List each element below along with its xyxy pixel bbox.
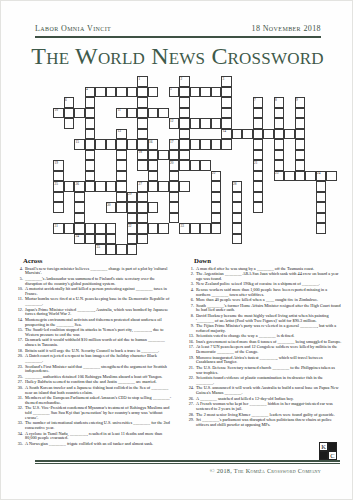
grid-cell[interactable]	[221, 118, 232, 129]
grid-cell[interactable]	[137, 139, 148, 150]
grid-cell[interactable]	[326, 171, 337, 182]
grid-cell[interactable]	[127, 244, 138, 255]
clue-number: 28	[233, 182, 236, 186]
grid-cell[interactable]	[106, 244, 117, 255]
grid-cell[interactable]	[200, 118, 211, 129]
grid-cell[interactable]	[148, 223, 159, 234]
grid-cell[interactable]: 34	[74, 234, 85, 245]
clue-number: 17	[170, 140, 173, 144]
grid-cell[interactable]	[85, 150, 96, 161]
grid-cell[interactable]: 9	[295, 97, 306, 108]
newspaper-page: Labor Omnia Vincit 18 November 2018 The …	[0, 0, 353, 500]
clue-number: 16	[149, 140, 152, 144]
masthead-date: 18 November 2018	[251, 24, 321, 33]
clue-item: 17.At least 7 UN peacekeepers and 12 Con…	[185, 345, 342, 355]
grid-cell[interactable]	[116, 171, 127, 182]
clue-number: 18	[139, 150, 142, 154]
grid-cell[interactable]	[316, 213, 327, 224]
grid-cell[interactable]	[85, 108, 96, 119]
grid-cell[interactable]	[274, 129, 285, 140]
grid-cell[interactable]	[295, 150, 306, 161]
clue-item: 14.Montenegrin environmental activists a…	[14, 318, 172, 328]
grid-cell[interactable]	[274, 150, 285, 161]
grid-cell[interactable]	[200, 160, 211, 171]
grid-cell[interactable]	[169, 202, 180, 213]
grid-cell[interactable]	[137, 87, 148, 98]
grid-cell[interactable]	[295, 139, 306, 150]
grid-cell[interactable]: 8	[274, 97, 285, 108]
clue-number: 24	[317, 171, 320, 175]
grid-cell[interactable]	[221, 108, 232, 119]
clue-item: 15.The Saudi-led coalition stopped its a…	[14, 328, 172, 338]
down-clue-list: 1.A man died after he was stung by a ___…	[185, 267, 342, 428]
grid-cell[interactable]	[169, 213, 180, 224]
grid-cell[interactable]	[137, 160, 148, 171]
grid-cell[interactable]	[211, 192, 222, 203]
grid-cell[interactable]	[85, 118, 96, 129]
clue-number: 21	[254, 161, 257, 165]
clue-number: 20	[170, 161, 173, 165]
grid-cell[interactable]	[211, 213, 222, 224]
grid-cell[interactable]	[148, 202, 159, 213]
grid-cell[interactable]	[137, 97, 148, 108]
grid-cell[interactable]	[190, 160, 201, 171]
grid-cell[interactable]: 12	[169, 118, 180, 129]
grid-cell[interactable]	[295, 129, 306, 140]
grid-cell[interactable]	[85, 129, 96, 140]
grid-cell[interactable]	[253, 192, 264, 203]
grid-cell[interactable]	[137, 118, 148, 129]
grid-cell[interactable]: 10	[53, 108, 64, 119]
down-clues-column: Down 1.A man died after he was stung by …	[185, 257, 342, 428]
grid-cell[interactable]	[211, 181, 222, 192]
grid-cell[interactable]	[200, 87, 211, 98]
clue-number: 30	[107, 203, 110, 207]
grid-cell[interactable]	[137, 213, 148, 224]
clue-item: 29.Sri ________'s parliament was disrupt…	[185, 418, 342, 428]
grid-cell[interactable]: 24	[316, 171, 327, 182]
grid-cell[interactable]	[85, 223, 96, 234]
grid-cell[interactable]	[74, 202, 85, 213]
grid-cell[interactable]	[232, 223, 243, 234]
grid-cell[interactable]	[169, 150, 180, 161]
grid-cell[interactable]	[116, 150, 127, 161]
grid-cell[interactable]	[158, 181, 169, 192]
grid-cell[interactable]	[95, 234, 106, 245]
grid-cell[interactable]	[179, 160, 190, 171]
grid-cell[interactable]	[116, 139, 127, 150]
grid-cell[interactable]	[211, 202, 222, 213]
clue-number: 1	[139, 77, 141, 81]
grid-cell[interactable]	[253, 171, 264, 182]
grid-cell[interactable]	[274, 160, 285, 171]
clue-number: 32	[128, 224, 131, 228]
grid-cell[interactable]	[179, 97, 190, 108]
grid-cell[interactable]	[211, 139, 222, 150]
clue-item: 27.A French woman who kept her ________ …	[185, 402, 342, 412]
grid-cell[interactable]	[211, 87, 222, 98]
clue-item: 34.A cyclone in Tamil Nadu, ________, re…	[14, 432, 172, 442]
grid-cell[interactable]	[64, 223, 75, 234]
grid-cell[interactable]	[274, 108, 285, 119]
clue-number: 11	[118, 108, 121, 112]
grid-cell[interactable]	[169, 192, 180, 203]
grid-cell[interactable]: 33	[179, 223, 190, 234]
grid-cell[interactable]	[116, 192, 127, 203]
grid-cell[interactable]	[221, 87, 232, 98]
grid-cell[interactable]	[253, 118, 264, 129]
grid-cell[interactable]	[95, 139, 106, 150]
grid-cell[interactable]	[148, 160, 159, 171]
clue-number: 22	[212, 171, 215, 175]
logo-black-square	[319, 451, 328, 460]
clue-number: 13	[118, 129, 121, 133]
grid-cell[interactable]: 11	[116, 108, 127, 119]
grid-cell[interactable]	[232, 192, 243, 203]
grid-cell[interactable]	[74, 213, 85, 224]
grid-cell[interactable]	[127, 139, 138, 150]
grid-cell[interactable]	[64, 181, 75, 192]
grid-cell[interactable]	[95, 87, 106, 98]
clue-item: 24.The U.S. announced it will work with …	[185, 386, 342, 396]
grid-cell[interactable]	[148, 87, 159, 98]
grid-cell[interactable]: 32	[127, 223, 138, 234]
clue-number: 27	[139, 182, 142, 186]
grid-cell[interactable]	[106, 87, 117, 98]
grid-cell[interactable]	[148, 181, 159, 192]
grid-cell[interactable]	[232, 129, 243, 140]
grid-cell[interactable]	[106, 234, 117, 245]
clue-number: 26	[76, 182, 79, 186]
grid-cell[interactable]	[158, 108, 169, 119]
grid-cell[interactable]	[316, 192, 327, 203]
grid-cell[interactable]	[179, 108, 190, 119]
grid-cell[interactable]: 29	[127, 192, 138, 203]
clue-item: 5.________'s Ambassador was summoned to …	[14, 277, 172, 287]
grid-cell[interactable]: 31	[53, 223, 64, 234]
clue-number: 31	[55, 224, 58, 228]
clue-item: 32.The U.S. Vice-President condemned Mya…	[14, 406, 172, 420]
grid-cell[interactable]: 1	[137, 76, 148, 87]
clue-item: 23.Scotland's First Minister said that _…	[14, 365, 172, 375]
clue-number: 14	[223, 129, 226, 133]
grid-cell[interactable]	[253, 181, 264, 192]
clue-number: 19	[55, 161, 58, 165]
grid-cell[interactable]	[190, 118, 201, 129]
grid-cell[interactable]: 20	[169, 160, 180, 171]
grid-cell[interactable]	[295, 160, 306, 171]
clue-number: 12	[170, 119, 173, 123]
copyright-line: © 2018, The Komiža Crossword Company	[35, 467, 321, 474]
clue-number: 3	[223, 77, 225, 81]
grid-cell[interactable]	[158, 150, 169, 161]
clue-number: 25	[55, 182, 58, 186]
clue-number: 2	[181, 77, 183, 81]
clue-item: 19.Morocco inaugurated Africa's fastest …	[185, 356, 342, 366]
grid-cell[interactable]	[74, 192, 85, 203]
grid-cell[interactable]	[305, 171, 316, 182]
grid-cell[interactable]	[116, 181, 127, 192]
clue-item: 8.David Hockney became the most highly v…	[185, 314, 342, 324]
grid-cell[interactable]: 3	[221, 76, 232, 87]
grid-cell[interactable]: 23	[274, 171, 285, 182]
grid-cell[interactable]	[274, 118, 285, 129]
grid-cell[interactable]	[316, 202, 327, 213]
grid-cell[interactable]	[221, 97, 232, 108]
grid-cell[interactable]	[190, 139, 201, 150]
clue-item: 7.South ________'s former Home Affairs M…	[185, 304, 342, 314]
grid-cell[interactable]	[148, 108, 159, 119]
grid-cell[interactable]	[284, 171, 295, 182]
grid-cell[interactable]	[127, 87, 138, 98]
grid-cell[interactable]: 22	[211, 171, 222, 182]
grid-cell[interactable]	[179, 150, 190, 161]
grid-cell[interactable]: 7	[253, 97, 264, 108]
grid-cell[interactable]	[53, 192, 64, 203]
clue-item: 10.A motorist accidentally hit and kille…	[14, 287, 172, 297]
grid-cell[interactable]	[253, 202, 264, 213]
clue-number: 15	[76, 140, 79, 144]
grid-cell[interactable]	[169, 181, 180, 192]
crossword-grid: 1234567891011121314151617181920212223242…	[53, 76, 337, 255]
clue-number: 23	[275, 171, 278, 175]
grid-cell[interactable]	[253, 129, 264, 140]
grid-cell[interactable]: 21	[253, 160, 264, 171]
grid-cell[interactable]: 30	[106, 202, 117, 213]
clue-number: 8	[275, 98, 277, 102]
grid-cell[interactable]	[137, 234, 148, 245]
clue-item: 11.Mortar bombs were fired at a U.N. pea…	[14, 297, 172, 307]
grid-cell[interactable]	[221, 139, 232, 150]
clue-number: 29	[128, 192, 131, 196]
grid-cell[interactable]	[64, 118, 75, 129]
grid-cell[interactable]	[200, 139, 211, 150]
grid-cell[interactable]	[53, 202, 64, 213]
footer-rule	[35, 460, 340, 464]
grid-cell[interactable]: 18	[137, 150, 148, 161]
grid-cell[interactable]	[137, 192, 148, 203]
grid-cell[interactable]	[190, 223, 201, 234]
grid-cell[interactable]	[148, 150, 159, 161]
clue-item: 30.A South Korean trawler and a Japanese…	[14, 386, 172, 396]
grid-cell[interactable]	[127, 213, 138, 224]
grid-cell[interactable]	[85, 139, 96, 150]
grid-cell[interactable]	[137, 223, 148, 234]
clue-number: 35	[97, 245, 100, 249]
grid-cell[interactable]	[242, 129, 253, 140]
grid-cell[interactable]: 19	[53, 160, 64, 171]
grid-cell[interactable]	[137, 129, 148, 140]
clue-item: 21.The U.S. Defense Secretary returned c…	[185, 366, 342, 376]
grid-cell[interactable]	[64, 108, 75, 119]
grid-cell[interactable]	[116, 202, 127, 213]
clue-item: 20.A Dutch court rejected a request to b…	[14, 354, 172, 364]
grid-cell[interactable]: 5	[169, 87, 180, 98]
grid-cell[interactable]	[253, 108, 264, 119]
grid-cell[interactable]: 15	[74, 139, 85, 150]
grid-cell[interactable]	[179, 129, 190, 140]
grid-cell[interactable]	[106, 181, 117, 192]
grid-cell[interactable]: 28	[232, 181, 243, 192]
grid-cell[interactable]	[85, 234, 96, 245]
clue-item: 4.Rescue workers said more than 1,000 pe…	[185, 288, 342, 298]
grid-cell[interactable]	[116, 87, 127, 98]
clue-item: 31.Members of the European Parliament as…	[14, 396, 172, 406]
clue-item: 22.Scientists found evidence of plastic …	[185, 376, 342, 386]
clue-item: 35.A Norwegian ________ frigate collided…	[14, 442, 172, 447]
grid-cell[interactable]	[106, 139, 117, 150]
logo-letter-c: C	[328, 451, 337, 460]
grid-cell[interactable]	[274, 139, 285, 150]
clue-number: 33	[181, 224, 184, 228]
clue-item: 12.Japan's Prime Minister visited ______…	[14, 308, 172, 318]
across-clue-list: 4.Brazil's new foreign minister believes…	[14, 267, 172, 447]
grid-cell[interactable]: 6	[64, 97, 75, 108]
grid-cell[interactable]: 35	[95, 244, 106, 255]
clue-item: 33.The number of international students …	[14, 421, 172, 431]
grid-cell[interactable]	[295, 118, 306, 129]
grid-cell[interactable]: 16	[148, 139, 159, 150]
logo-letter-k: K	[319, 442, 328, 451]
grid-cell[interactable]	[211, 223, 222, 234]
grid-cell[interactable]: 4	[85, 87, 96, 98]
clue-item: 17.Denmark said it would withhold $10 mi…	[14, 338, 172, 348]
grid-cell[interactable]	[116, 244, 127, 255]
grid-cell[interactable]: 2	[179, 76, 190, 87]
komiza-crossword-logo: K C	[319, 442, 337, 460]
clue-number: 10	[55, 108, 58, 112]
clue-item: 4.Brazil's new foreign minister believes…	[14, 267, 172, 277]
grid-cell[interactable]	[127, 108, 138, 119]
grid-cell[interactable]	[53, 171, 64, 182]
grid-cell[interactable]	[148, 171, 159, 182]
grid-cell[interactable]	[295, 171, 306, 182]
clue-number: 9	[296, 98, 298, 102]
grid-cell[interactable]	[316, 181, 327, 192]
grid-cell[interactable]	[158, 223, 169, 234]
grid-cell[interactable]	[232, 213, 243, 224]
grid-cell[interactable]	[179, 118, 190, 129]
grid-cell[interactable]: 25	[53, 181, 64, 192]
clue-item: 9.The Fijian Prime Minister's party was …	[185, 324, 342, 334]
grid-cell[interactable]	[95, 223, 106, 234]
across-clues-column: Across 4.Brazil's new foreign minister b…	[14, 257, 172, 447]
page-title: The World News Crossword	[1, 43, 353, 70]
grid-cell[interactable]	[85, 97, 96, 108]
grid-cell[interactable]	[316, 223, 327, 234]
grid-cell[interactable]	[137, 202, 148, 213]
grid-cell[interactable]	[232, 234, 243, 245]
grid-cell[interactable]	[284, 129, 295, 140]
grid-cell[interactable]	[95, 181, 106, 192]
grid-cell[interactable]	[116, 160, 127, 171]
grid-cell[interactable]	[179, 181, 190, 192]
grid-cell[interactable]	[127, 202, 138, 213]
grid-cell[interactable]	[253, 150, 264, 161]
grid-cell[interactable]	[127, 234, 138, 245]
grid-cell[interactable]	[85, 160, 96, 171]
clue-number: 5	[170, 87, 172, 91]
grid-cell[interactable]	[179, 87, 190, 98]
clue-item: 2.The Argentinian ________ ARA San Juan …	[185, 272, 342, 282]
grid-cell[interactable]: 17	[169, 139, 180, 150]
grid-cell[interactable]	[190, 87, 201, 98]
grid-cell[interactable]: 14	[221, 129, 232, 140]
masthead-motto: Labor Omnia Vincit	[35, 24, 111, 33]
grid-cell[interactable]	[74, 108, 85, 119]
grid-cell[interactable]	[211, 118, 222, 129]
across-heading: Across	[23, 257, 172, 264]
clue-number: 6	[65, 98, 67, 102]
logo-black-square	[328, 442, 337, 451]
grid-cell[interactable]: 26	[74, 181, 85, 192]
clue-number: 34	[76, 234, 79, 238]
grid-cell[interactable]	[106, 223, 117, 234]
grid-cell[interactable]: 13	[116, 129, 127, 140]
grid-cell[interactable]	[295, 108, 306, 119]
grid-cell[interactable]	[263, 129, 274, 140]
clue-number: 4	[86, 87, 88, 91]
clue-number: 7	[254, 98, 256, 102]
grid-cell[interactable]	[232, 202, 243, 213]
masthead: Labor Omnia Vincit 18 November 2018	[35, 24, 321, 38]
grid-cell[interactable]: 27	[137, 181, 148, 192]
down-heading: Down	[194, 257, 342, 264]
grid-cell[interactable]	[85, 171, 96, 182]
grid-cell[interactable]	[169, 171, 180, 182]
grid-cell[interactable]	[85, 181, 96, 192]
grid-cell[interactable]	[253, 139, 264, 150]
grid-cell[interactable]	[179, 139, 190, 150]
grid-cell[interactable]	[74, 223, 85, 234]
grid-cell[interactable]	[137, 108, 148, 119]
grid-cell[interactable]	[200, 223, 211, 234]
